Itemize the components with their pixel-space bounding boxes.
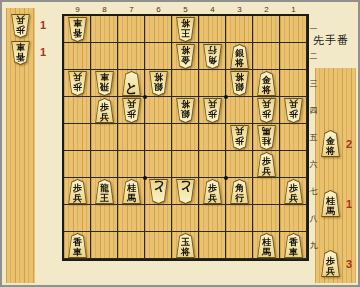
koma-label: 歩兵 [289, 99, 298, 118]
file-label: 7 [118, 5, 145, 14]
board-cell-6八[interactable] [145, 205, 172, 232]
koma-label: 歩兵 [16, 15, 25, 34]
koma-shape: 銀将 [229, 71, 250, 96]
file-label: 1 [280, 5, 307, 14]
piece-sente-bishop[interactable]: 角行 [229, 179, 250, 204]
board-cell-4三[interactable] [199, 70, 226, 97]
piece-sente-lance[interactable]: 香車 [283, 233, 304, 258]
board-cell-5八[interactable] [172, 205, 199, 232]
file-label: 9 [64, 5, 91, 14]
piece-gote-lance[interactable]: 香車 [67, 17, 88, 42]
piece-sente-pawn[interactable]: 歩兵 [256, 152, 277, 177]
board-cell-8五[interactable] [91, 124, 118, 151]
koma-shape: 金将 [320, 130, 341, 157]
piece-sente-lance[interactable]: 香車 [67, 233, 88, 258]
koma-label: 銀将 [235, 72, 244, 91]
board-cell-3六[interactable] [226, 151, 253, 178]
rank-label: 八 [308, 205, 319, 232]
koma-label: 歩兵 [208, 99, 217, 118]
board-cell-1八[interactable] [280, 205, 307, 232]
board-cell-3四[interactable] [226, 97, 253, 124]
koma-shape: 香車 [67, 17, 88, 42]
piece-gote-pawn[interactable]: 歩兵 [283, 98, 304, 123]
piece-sente-pawn[interactable]: 歩兵 [67, 179, 88, 204]
rank-label: 四 [308, 97, 319, 124]
koma-face: 金将 [257, 72, 276, 95]
koma-shape: 香車 [283, 233, 304, 258]
board-cell-3九[interactable] [226, 232, 253, 259]
koma-shape: 角行 [229, 179, 250, 204]
koma-face: 歩兵 [230, 126, 249, 149]
koma-shape: 銀将 [229, 44, 250, 69]
koma-shape: 歩兵 [67, 71, 88, 96]
koma-face: 金将 [176, 45, 195, 68]
board-cell-9八[interactable] [64, 205, 91, 232]
rank-label: 五 [308, 124, 319, 151]
koma-shape: 龍王 [94, 179, 115, 204]
piece-gote-pawn[interactable]: 歩兵 [256, 98, 277, 123]
hand-sente-gold[interactable]: 金将 [320, 130, 341, 157]
koma-face: 龍王 [95, 180, 114, 203]
koma-label: 歩兵 [100, 103, 109, 122]
piece-sente-king[interactable]: 玉将 [175, 233, 196, 258]
piece-gote-pawn[interactable]: 歩兵 [229, 125, 250, 150]
koma-label: 歩兵 [127, 99, 136, 118]
piece-gote-king[interactable]: 王将 [175, 17, 196, 42]
board-cell-6六[interactable] [145, 151, 172, 178]
board-cell-6四[interactable] [145, 97, 172, 124]
koma-face: 歩兵 [257, 99, 276, 122]
board-cell-7一[interactable] [118, 16, 145, 43]
board-cell-4九[interactable] [199, 232, 226, 259]
piece-sente-pawn[interactable]: 歩兵 [202, 179, 223, 204]
piece-gote-knight[interactable]: 桂馬 [256, 125, 277, 150]
koma-label: 香車 [73, 238, 82, 257]
koma-label: 香車 [73, 18, 82, 37]
hand-count-gote-lance: 1 [36, 46, 50, 58]
koma-label: 金将 [262, 76, 271, 95]
hand-count-sente-knight: 1 [342, 198, 356, 210]
koma-shape: 金将 [175, 44, 196, 69]
piece-gote-silver[interactable]: 銀将 [175, 98, 196, 123]
koma-label: 桂馬 [262, 238, 271, 257]
board-cell-2七[interactable] [253, 178, 280, 205]
koma-label: と [179, 180, 192, 194]
koma-label: 龍王 [100, 184, 109, 203]
piece-sente-promoted-rook[interactable]: 龍王 [94, 179, 115, 204]
koma-shape: と [175, 179, 196, 204]
koma-shape: 歩兵 [256, 98, 277, 123]
board-cell-7六[interactable] [118, 151, 145, 178]
koma-face: 歩兵 [95, 99, 114, 122]
file-label: 3 [226, 5, 253, 14]
file-label: 2 [253, 5, 280, 14]
file-label: 6 [145, 5, 172, 14]
koma-face: 金将 [321, 131, 340, 156]
board-cell-9四[interactable] [64, 97, 91, 124]
koma-shape: 歩兵 [94, 98, 115, 123]
koma-shape: 歩兵 [283, 98, 304, 123]
board-cell-1一[interactable] [280, 16, 307, 43]
koma-label: 歩兵 [208, 184, 217, 203]
koma-face: 香車 [68, 234, 87, 257]
koma-shape: 桂馬 [320, 190, 341, 217]
koma-face: 角行 [230, 180, 249, 203]
koma-shape: 銀将 [148, 71, 169, 96]
board-cell-5三[interactable] [172, 70, 199, 97]
koma-face: 角行 [203, 45, 222, 68]
board-cell-5五[interactable] [172, 124, 199, 151]
piece-sente-knight[interactable]: 桂馬 [256, 233, 277, 258]
piece-sente-pawn[interactable]: 歩兵 [94, 98, 115, 123]
piece-sente-gold[interactable]: 金将 [256, 71, 277, 96]
koma-label: 玉将 [181, 238, 190, 257]
file-labels: 987654321 [64, 5, 307, 14]
hand-gote-lance[interactable]: 香車 [10, 41, 31, 65]
koma-face: 桂馬 [321, 191, 340, 216]
board-cell-5六[interactable] [172, 151, 199, 178]
koma-label: 桂馬 [127, 184, 136, 203]
koma-face: 桂馬 [257, 126, 276, 149]
koma-face: 玉将 [176, 234, 195, 257]
board-cell-9五[interactable] [64, 124, 91, 151]
koma-label: 歩兵 [235, 126, 244, 145]
koma-label: 歩兵 [73, 184, 82, 203]
koma-shape: 銀将 [175, 98, 196, 123]
koma-label: 歩兵 [262, 157, 271, 176]
board-cell-3一[interactable] [226, 16, 253, 43]
piece-gote-pawn[interactable]: 歩兵 [121, 98, 142, 123]
board-cell-8一[interactable] [91, 16, 118, 43]
rank-label: 三 [308, 70, 319, 97]
koma-face: 歩兵 [321, 251, 340, 276]
koma-shape: 歩兵 [202, 179, 223, 204]
koma-shape: 王将 [175, 17, 196, 42]
koma-shape: と [148, 179, 169, 204]
board-cell-4一[interactable] [199, 16, 226, 43]
koma-label: 歩兵 [73, 72, 82, 91]
koma-label: 王将 [181, 18, 190, 37]
file-label: 5 [172, 5, 199, 14]
koma-shape: 金将 [256, 71, 277, 96]
koma-label: 銀将 [154, 72, 163, 91]
koma-shape: 歩兵 [229, 125, 250, 150]
file-label: 4 [199, 5, 226, 14]
board-cell-1六[interactable] [280, 151, 307, 178]
koma-label: と [125, 81, 138, 95]
piece-gote-silver[interactable]: 銀将 [229, 71, 250, 96]
koma-label: 歩兵 [262, 99, 271, 118]
koma-label: と [152, 180, 165, 194]
koma-face: 銀将 [230, 45, 249, 68]
koma-label: 角行 [235, 184, 244, 203]
rank-labels: 一二三四五六七八九 [308, 16, 319, 259]
rank-label: 七 [308, 178, 319, 205]
hand-sente-knight[interactable]: 桂馬 [320, 190, 341, 217]
koma-face: 銀将 [230, 72, 249, 95]
koma-face: 桂馬 [122, 180, 141, 203]
shogi-board: 香車王将金将角行銀将歩兵飛車と銀将銀将金将歩兵歩兵銀将歩兵歩兵歩兵歩兵桂馬歩兵歩… [62, 14, 309, 261]
board-cell-7九[interactable] [118, 232, 145, 259]
koma-shape: 香車 [67, 233, 88, 258]
board-cell-9二[interactable] [64, 43, 91, 70]
piece-gote-tokin[interactable]: と [148, 179, 169, 204]
rank-label: 九 [308, 232, 319, 259]
koma-shape: 歩兵 [283, 179, 304, 204]
board-cell-7五[interactable] [118, 124, 145, 151]
koma-face: 香車 [11, 42, 30, 64]
koma-shape: 歩兵 [256, 152, 277, 177]
hand-count-sente-gold: 2 [342, 138, 356, 150]
koma-label: 桂馬 [262, 126, 271, 145]
koma-face: 香車 [68, 18, 87, 41]
piece-gote-silver[interactable]: 銀将 [148, 71, 169, 96]
koma-shape: 桂馬 [121, 179, 142, 204]
rank-label: 六 [308, 151, 319, 178]
koma-face: 歩兵 [284, 99, 303, 122]
hand-gote-pawn[interactable]: 歩兵 [10, 14, 31, 38]
board-cell-6一[interactable] [145, 16, 172, 43]
koma-face: と [176, 180, 195, 203]
koma-label: 飛車 [100, 72, 109, 91]
turn-indicator: 先手番 [313, 33, 349, 48]
board-cell-6五[interactable] [145, 124, 172, 151]
koma-face: 歩兵 [68, 72, 87, 95]
koma-face: と [149, 180, 168, 203]
piece-gote-pawn[interactable]: 歩兵 [202, 98, 223, 123]
board-cell-3八[interactable] [226, 205, 253, 232]
board-cell-1五[interactable] [280, 124, 307, 151]
piece-sente-knight[interactable]: 桂馬 [121, 179, 142, 204]
koma-face: 歩兵 [11, 15, 30, 37]
piece-sente-pawn[interactable]: 歩兵 [283, 179, 304, 204]
koma-face: 歩兵 [68, 180, 87, 203]
board-cell-6二[interactable] [145, 43, 172, 70]
koma-face: 銀将 [149, 72, 168, 95]
piece-gote-tokin[interactable]: と [175, 179, 196, 204]
piece-gote-pawn[interactable]: 歩兵 [67, 71, 88, 96]
koma-shape: 歩兵 [202, 98, 223, 123]
board-cell-2八[interactable] [253, 205, 280, 232]
koma-face: 飛車 [95, 72, 114, 95]
koma-label: 香車 [289, 238, 298, 257]
koma-face: 歩兵 [122, 99, 141, 122]
koma-shape: 飛車 [94, 71, 115, 96]
koma-label: 歩兵 [289, 184, 298, 203]
koma-label: 桂馬 [326, 197, 335, 216]
koma-face: 王将 [176, 18, 195, 41]
koma-label: 角行 [208, 45, 217, 64]
hand-sente-pawn[interactable]: 歩兵 [320, 250, 341, 277]
board-cell-1二[interactable] [280, 43, 307, 70]
board-cell-6九[interactable] [145, 232, 172, 259]
koma-label: 銀将 [235, 49, 244, 68]
koma-label: 歩兵 [326, 257, 335, 276]
koma-shape: 歩兵 [10, 14, 31, 38]
board-cell-9六[interactable] [64, 151, 91, 178]
board-cell-8二[interactable] [91, 43, 118, 70]
koma-label: 金将 [326, 137, 335, 156]
koma-shape: 玉将 [175, 233, 196, 258]
file-label: 8 [91, 5, 118, 14]
koma-face: 桂馬 [257, 234, 276, 257]
koma-label: 金将 [181, 45, 190, 64]
board-cell-2二[interactable] [253, 43, 280, 70]
board-cell-8九[interactable] [91, 232, 118, 259]
koma-face: 歩兵 [203, 180, 222, 203]
hand-count-gote-pawn: 1 [36, 19, 50, 31]
koma-shape: 桂馬 [256, 233, 277, 258]
koma-face: 歩兵 [257, 153, 276, 176]
board-cell-4八[interactable] [199, 205, 226, 232]
board-cell-7八[interactable] [118, 205, 145, 232]
board-cell-7二[interactable] [118, 43, 145, 70]
board-cell-4五[interactable] [199, 124, 226, 151]
koma-label: 銀将 [181, 99, 190, 118]
piece-gote-rook[interactable]: 飛車 [94, 71, 115, 96]
koma-label: 香車 [16, 42, 25, 61]
piece-sente-tokin[interactable]: と [121, 71, 142, 96]
koma-face: 歩兵 [284, 180, 303, 203]
koma-face: 香車 [284, 234, 303, 257]
shogi-app-window: 987654321 香車王将金将角行銀将歩兵飛車と銀将銀将金将歩兵歩兵銀将歩兵歩… [0, 0, 360, 287]
piece-sente-silver[interactable]: 銀将 [229, 44, 250, 69]
board-cell-8八[interactable] [91, 205, 118, 232]
board-cell-8六[interactable] [91, 151, 118, 178]
hand-count-sente-pawn: 3 [342, 258, 356, 270]
board-cell-2一[interactable] [253, 16, 280, 43]
koma-face: 銀将 [176, 99, 195, 122]
koma-shape: 桂馬 [256, 125, 277, 150]
koma-shape: 香車 [10, 41, 31, 65]
piece-gote-gold[interactable]: 金将 [175, 44, 196, 69]
board-cell-1三[interactable] [280, 70, 307, 97]
koma-shape: 歩兵 [320, 250, 341, 277]
koma-shape: 角行 [202, 44, 223, 69]
koma-shape: 歩兵 [67, 179, 88, 204]
koma-face: 歩兵 [203, 99, 222, 122]
koma-face: と [122, 72, 141, 95]
koma-shape: と [121, 71, 142, 96]
koma-shape: 歩兵 [121, 98, 142, 123]
board-cell-4六[interactable] [199, 151, 226, 178]
piece-gote-bishop[interactable]: 角行 [202, 44, 223, 69]
